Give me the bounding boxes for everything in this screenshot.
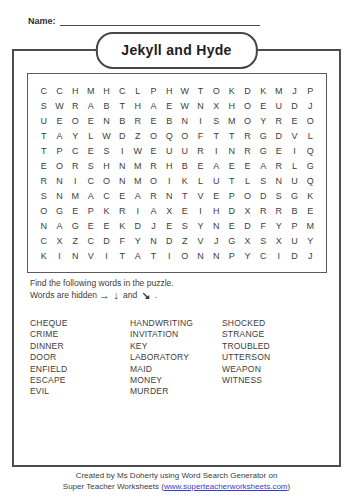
grid-cell: M [130, 158, 146, 173]
grid-cell: F [114, 233, 130, 248]
word-item: INVITATION [130, 329, 222, 340]
grid-cell: T [146, 248, 162, 263]
grid-cell: C [36, 233, 52, 248]
grid-cell: K [99, 203, 115, 218]
grid-cell: I [130, 203, 146, 218]
grid-cell: I [99, 248, 115, 263]
grid-cell: Y [240, 248, 256, 263]
grid-cell: T [177, 188, 193, 203]
grid-cell: H [161, 83, 177, 98]
word-list-column-3: SHOCKEDSTRANGETROUBLEDUTTERSONWEAPONWITN… [222, 318, 312, 398]
grid-cell: Z [177, 233, 193, 248]
grid-cell: U [177, 143, 193, 158]
grid-cell: K [177, 173, 193, 188]
grid-cell: U [161, 143, 177, 158]
grid-cell: S [271, 188, 287, 203]
grid-cell: N [177, 113, 193, 128]
grid-cell: F [193, 128, 209, 143]
grid-cell: O [146, 173, 162, 188]
instructions: Find the following words in the puzzle. … [30, 278, 174, 301]
grid-cell: E [255, 98, 271, 113]
instructions-line2: Words are hidden→↓ and ↘ . [30, 290, 174, 302]
grid-cell: U [287, 173, 303, 188]
grid-cell: V [83, 248, 99, 263]
grid-cell: E [67, 203, 83, 218]
word-item: MONEY [130, 375, 222, 386]
superteacherworksheets-link[interactable]: www.superteacherworksheets.com [164, 482, 288, 491]
grid-cell: T [114, 98, 130, 113]
grid-cell: P [52, 143, 68, 158]
grid-cell: S [83, 158, 99, 173]
grid-cell: Y [67, 128, 83, 143]
grid-cell: W [177, 83, 193, 98]
grid-cell: N [208, 218, 224, 233]
grid-cell: T [36, 143, 52, 158]
footer-line1: Created by Ms Doherty using Word Search … [0, 470, 353, 481]
grid-cell: Q [302, 173, 318, 188]
grid-cell: Y [193, 218, 209, 233]
word-list: CHEQUECRIMEDINNERDOORENFIELDESCAPEEVIL H… [30, 318, 320, 398]
grid-cell: I [208, 143, 224, 158]
grid-cell: X [240, 233, 256, 248]
grid-cell: Z [130, 128, 146, 143]
grid-cell: M [130, 173, 146, 188]
grid-cell: T [193, 83, 209, 98]
grid-cell: E [146, 113, 162, 128]
grid-cell: B [287, 203, 303, 218]
word-item: CRIME [30, 329, 130, 340]
grid-cell: E [302, 203, 318, 218]
grid-cell: D [240, 83, 256, 98]
name-label: Name: [28, 16, 56, 26]
grid-cell: W [52, 98, 68, 113]
grid-cell: R [255, 203, 271, 218]
page-title: Jekyll and Hyde [121, 42, 231, 58]
grid-cell: T [224, 128, 240, 143]
footer-line2: Super Teacher Worksheets (www.superteach… [0, 481, 353, 492]
grid-cell: G [52, 203, 68, 218]
grid-cell: C [67, 143, 83, 158]
grid-cell: L [287, 158, 303, 173]
word-item: CHEQUE [30, 318, 130, 329]
grid-cell: A [130, 188, 146, 203]
grid-cell: P [302, 83, 318, 98]
grid-cell: E [83, 143, 99, 158]
word-item: KEY [130, 341, 222, 352]
name-blank-line [60, 16, 260, 26]
grid-cell: D [287, 248, 303, 263]
word-item: DOOR [30, 352, 130, 363]
grid-cell: O [52, 158, 68, 173]
grid-cell: R [146, 158, 162, 173]
grid-cell: X [240, 203, 256, 218]
grid-cell: E [52, 113, 68, 128]
instructions-line1: Find the following words in the puzzle. [30, 278, 174, 290]
grid-cell: E [177, 203, 193, 218]
grid-cell: J [302, 98, 318, 113]
grid-cell: K [114, 218, 130, 233]
grid-cell: D [114, 128, 130, 143]
grid-cell: J [287, 83, 303, 98]
grid-cell: I [114, 143, 130, 158]
grid-cell: S [255, 173, 271, 188]
grid-cell: I [193, 203, 209, 218]
grid-cell: H [224, 98, 240, 113]
word-item: SHOCKED [222, 318, 312, 329]
grid-cell: J [302, 248, 318, 263]
grid-cell: R [240, 128, 256, 143]
grid-cell: P [83, 203, 99, 218]
word-list-column-2: HANDWRITINGINVITATIONKEYLABORATORYMAIDMO… [130, 318, 222, 398]
grid-cell: Z [67, 233, 83, 248]
grid-cell: E [240, 158, 256, 173]
grid-cell: Y [271, 218, 287, 233]
grid-cell: E [193, 158, 209, 173]
grid-cell: E [146, 143, 162, 158]
grid-cell: S [99, 143, 115, 158]
grid-cell: M [83, 83, 99, 98]
grid-cell: H [67, 83, 83, 98]
grid-cell: H [208, 203, 224, 218]
grid-cell: P [224, 248, 240, 263]
grid-cell: R [240, 143, 256, 158]
grid-cell: S [36, 98, 52, 113]
grid-cell: A [255, 158, 271, 173]
grid-cell: C [114, 83, 130, 98]
grid-cell: O [177, 248, 193, 263]
grid-cell: K [36, 248, 52, 263]
grid-cell: W [99, 128, 115, 143]
grid-cell: K [302, 188, 318, 203]
grid-cell: H [99, 158, 115, 173]
footer-credit: Created by Ms Doherty using Word Search … [0, 470, 353, 492]
grid-cell: N [208, 248, 224, 263]
grid-cell: L [302, 128, 318, 143]
word-list-column-1: CHEQUECRIMEDINNERDOORENFIELDESCAPEEVIL [30, 318, 130, 398]
word-item: WEAPON [222, 364, 312, 375]
grid-cell: C [83, 173, 99, 188]
grid-cell: C [99, 188, 115, 203]
grid-cell: M [302, 218, 318, 233]
grid-cell: I [161, 173, 177, 188]
grid-cell: S [36, 188, 52, 203]
grid-cell: U [36, 113, 52, 128]
grid-cell: I [193, 113, 209, 128]
grid-cell: N [99, 113, 115, 128]
grid-cell: F [255, 218, 271, 233]
worksheet-page: Name: Jekyll and Hyde CCHMHCLPHWTOKDKMJP… [0, 0, 353, 500]
grid-cell: U [287, 233, 303, 248]
grid-cell: R [67, 158, 83, 173]
grid-cell: V [287, 128, 303, 143]
grid-cell: G [287, 188, 303, 203]
word-item: WITNESS [222, 375, 312, 386]
grid-cell: N [36, 218, 52, 233]
grid-cell: X [208, 98, 224, 113]
grid-cell: T [36, 128, 52, 143]
grid-cell: T [114, 248, 130, 263]
grid-cell: U [208, 173, 224, 188]
grid-cell: R [271, 158, 287, 173]
grid-cell: O [302, 113, 318, 128]
grid-cell: C [52, 83, 68, 98]
grid-cell: N [271, 173, 287, 188]
grid-cell: Q [161, 128, 177, 143]
grid-cell: C [83, 233, 99, 248]
grid-cell: B [114, 113, 130, 128]
grid-cell: R [67, 98, 83, 113]
grid-cell: R [36, 173, 52, 188]
grid-cell: D [224, 203, 240, 218]
grid-cell: G [255, 128, 271, 143]
grid-cell: N [193, 98, 209, 113]
grid-cell: R [130, 113, 146, 128]
word-item: STRANGE [222, 329, 312, 340]
grid-cell: E [224, 218, 240, 233]
grid-cell: J [208, 233, 224, 248]
grid-cell: E [36, 158, 52, 173]
grid-cell: A [146, 98, 162, 113]
word-search-grid: CCHMHCLPHWTOKDKMJPSWRABTHAEWNXHOEUDJUEOE… [27, 73, 327, 273]
grid-cell: S [208, 113, 224, 128]
grid-cell: X [161, 203, 177, 218]
and-text: and [123, 290, 137, 300]
grid-cell: K [224, 83, 240, 98]
grid-cell: P [287, 218, 303, 233]
grid-cell: L [83, 128, 99, 143]
grid-cell: S [255, 233, 271, 248]
grid-cell: L [240, 173, 256, 188]
grid-cell: E [224, 158, 240, 173]
grid-cell: U [271, 98, 287, 113]
grid-cell: R [271, 113, 287, 128]
name-row: Name: [28, 16, 260, 26]
grid-cell: K [255, 83, 271, 98]
title-bubble: Jekyll and Hyde [95, 32, 257, 69]
grid-cell: C [255, 248, 271, 263]
word-item: MAID [130, 364, 222, 375]
word-item: ENFIELD [30, 364, 130, 375]
grid-cell: O [177, 128, 193, 143]
grid-cell: N [114, 173, 130, 188]
grid-cell: X [271, 233, 287, 248]
word-item: TROUBLED [222, 341, 312, 352]
grid-cell: N [52, 188, 68, 203]
word-item: LABORATORY [130, 352, 222, 363]
down-arrow-icon: ↓ [113, 289, 118, 301]
grid-cell: D [271, 128, 287, 143]
grid-cell: Y [130, 233, 146, 248]
grid-cell: O [240, 188, 256, 203]
grid-cell: H [130, 98, 146, 113]
grid-cell: H [161, 158, 177, 173]
right-arrow-icon: → [99, 289, 110, 301]
grid-cell: T [208, 128, 224, 143]
word-item: MURDER [130, 386, 222, 397]
grid-cell: Q [302, 143, 318, 158]
grid-cell: I [67, 173, 83, 188]
grid-cell: O [99, 173, 115, 188]
word-item: ESCAPE [30, 375, 130, 386]
grid-cell: N [193, 248, 209, 263]
grid-cell: G [224, 233, 240, 248]
grid-cell: I [287, 143, 303, 158]
grid-cell: E [161, 98, 177, 113]
grid-cell: D [287, 98, 303, 113]
grid-cell: B [99, 98, 115, 113]
grid-cell: R [146, 188, 162, 203]
word-item: EVIL [30, 386, 130, 397]
grid-cell: D [130, 218, 146, 233]
grid-cell: O [67, 113, 83, 128]
grid-cell: H [99, 83, 115, 98]
grid-cell: M [67, 188, 83, 203]
grid-cell: L [193, 173, 209, 188]
grid-cell: D [99, 233, 115, 248]
grid-cell: D [255, 188, 271, 203]
grid-cell: O [146, 128, 162, 143]
grid-cell: X [52, 233, 68, 248]
grid-cell: G [302, 158, 318, 173]
grid-cell: E [287, 113, 303, 128]
grid-cell: B [177, 158, 193, 173]
grid-cell: N [224, 143, 240, 158]
grid-cell: O [240, 98, 256, 113]
grid-cell: A [52, 128, 68, 143]
grid-cell: O [36, 203, 52, 218]
grid-cell: O [240, 113, 256, 128]
grid-cell: N [67, 248, 83, 263]
grid-cell: I [271, 248, 287, 263]
grid-cell: G [67, 218, 83, 233]
grid-cell: O [208, 83, 224, 98]
grid-cell: J [146, 218, 162, 233]
grid-cell: A [83, 188, 99, 203]
grid-cell: I [52, 248, 68, 263]
grid-cell: M [271, 83, 287, 98]
grid-cell: V [193, 188, 209, 203]
grid-cell: E [114, 188, 130, 203]
grid-cell: N [146, 233, 162, 248]
grid-cell: Y [255, 113, 271, 128]
grid-cell: V [193, 233, 209, 248]
grid-cell: N [114, 158, 130, 173]
diagonal-arrow-icon: ↘ [142, 289, 151, 301]
grid-cell: E [271, 143, 287, 158]
grid-cell: E [161, 218, 177, 233]
grid-cell: E [99, 218, 115, 233]
grid-cell: N [52, 173, 68, 188]
grid-cell: A [52, 218, 68, 233]
grid-cell: E [208, 188, 224, 203]
grid-cell: M [224, 113, 240, 128]
grid-cell: L [130, 83, 146, 98]
grid-cell: S [177, 218, 193, 233]
word-item: DINNER [30, 341, 130, 352]
grid-cell: A [83, 98, 99, 113]
word-item: HANDWRITING [130, 318, 222, 329]
grid-cell: R [114, 203, 130, 218]
grid-cell: B [161, 113, 177, 128]
grid-cell: P [146, 83, 162, 98]
grid-cell: R [193, 143, 209, 158]
grid-cell: D [240, 218, 256, 233]
grid-cell: E [83, 218, 99, 233]
grid-cell: A [208, 158, 224, 173]
grid-cell: G [255, 143, 271, 158]
word-item: UTTERSON [222, 352, 312, 363]
grid-cell: P [224, 188, 240, 203]
grid-cell: Y [302, 233, 318, 248]
grid-cell: A [130, 248, 146, 263]
grid-cell: W [130, 143, 146, 158]
grid-cell: T [224, 173, 240, 188]
grid-cell: R [271, 203, 287, 218]
grid-cell: E [83, 113, 99, 128]
grid-cell: A [146, 203, 162, 218]
grid-cell: D [161, 233, 177, 248]
grid-cell: W [177, 98, 193, 113]
grid-cell: N [161, 188, 177, 203]
grid-cell: C [36, 83, 52, 98]
grid-cell: I [161, 248, 177, 263]
